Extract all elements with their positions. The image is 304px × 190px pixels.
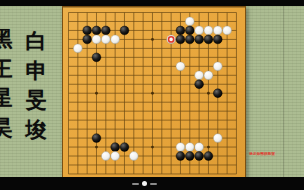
stone-white: [204, 26, 213, 35]
stone-white: [195, 71, 204, 80]
stone-white: [73, 44, 82, 53]
go-board: [62, 6, 246, 178]
star-point: [95, 146, 98, 149]
stone-white: [111, 35, 120, 44]
stone-white: [92, 35, 101, 44]
black-player-name: 黑王星昊: [0, 24, 13, 142]
star-point: [151, 38, 154, 41]
player-control-bar[interactable]: [0, 177, 304, 190]
stone-black: [185, 152, 194, 161]
video-progress[interactable]: [132, 181, 157, 186]
stone-white: [176, 62, 185, 71]
star-point: [207, 92, 210, 95]
star-point: [95, 92, 98, 95]
stone-black: [185, 26, 194, 35]
stone-black: [92, 134, 101, 143]
stone-white: [101, 152, 110, 161]
backdrop-edge-line: [283, 6, 284, 177]
stone-black: [111, 143, 120, 152]
stone-black: [213, 35, 222, 44]
stone-black: [176, 26, 185, 35]
stone-black: [176, 152, 185, 161]
stone-black: [120, 26, 129, 35]
stone-white: [176, 143, 185, 152]
stone-white: [213, 62, 222, 71]
stone-black: [101, 26, 110, 35]
channel-watermark: 徐老师围棋教室: [249, 152, 275, 156]
stone-black: [92, 26, 101, 35]
stone-black: [92, 53, 101, 62]
stone-white: [129, 152, 138, 161]
stone-black: [195, 35, 204, 44]
stone-black: [83, 35, 92, 44]
progress-handle-icon[interactable]: [142, 181, 147, 186]
stone-black: [195, 80, 204, 89]
stone-white: [213, 134, 222, 143]
stone-black: [213, 89, 222, 98]
star-point: [151, 92, 154, 95]
total-time-label: [150, 183, 157, 185]
white-player-name: 白申旻埈: [25, 26, 47, 144]
stone-white: [204, 71, 213, 80]
stone-white: [101, 35, 110, 44]
stone-black: [83, 26, 92, 35]
stone-black: [185, 35, 194, 44]
stone-black: [176, 35, 185, 44]
video-frame: 黑王星昊 白申旻埈 徐老师围棋教室: [0, 0, 304, 190]
stone-black: [204, 152, 213, 161]
elapsed-time-label: [132, 183, 139, 185]
stone-black: [195, 152, 204, 161]
stone-white: [195, 143, 204, 152]
stone-black: [120, 143, 129, 152]
stone-black: [204, 35, 213, 44]
stone-white: [213, 26, 222, 35]
star-point: [207, 146, 210, 149]
stone-white: [185, 143, 194, 152]
stone-white: [111, 152, 120, 161]
stone-white: [195, 26, 204, 35]
star-point: [151, 146, 154, 149]
stone-white: [185, 17, 194, 26]
go-grid: [63, 7, 247, 179]
stone-white: [223, 26, 232, 35]
